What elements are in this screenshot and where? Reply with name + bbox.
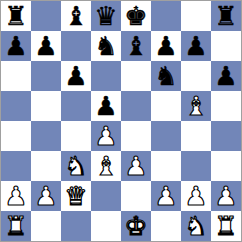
square-c5[interactable] [61,91,91,121]
square-b6[interactable] [31,61,61,91]
square-d5[interactable]: ♟ [91,91,121,121]
piece-black-bishop[interactable]: ♝ [124,31,147,61]
square-f6[interactable]: ♞ [151,61,181,91]
square-b5[interactable] [31,91,61,121]
chess-board: ♜♝♛♚♜♟♟♞♝♟♟♟♞♟♟♝♟♞♝♟♟♟♛♟♟♟♜♚♞♜ [0,0,242,242]
square-d1[interactable] [91,211,121,241]
piece-white-pawn[interactable]: ♟ [184,181,207,211]
square-f4[interactable] [151,121,181,151]
square-g8[interactable] [181,1,211,31]
piece-black-rook[interactable]: ♜ [4,1,27,31]
square-a1[interactable]: ♜ [1,211,31,241]
piece-black-pawn[interactable]: ♟ [154,31,177,61]
square-g1[interactable]: ♞ [181,211,211,241]
square-h3[interactable] [211,151,241,181]
square-f8[interactable] [151,1,181,31]
square-e5[interactable] [121,91,151,121]
piece-black-bishop[interactable]: ♝ [64,1,87,31]
piece-white-bishop[interactable]: ♝ [94,151,117,181]
piece-white-pawn[interactable]: ♟ [124,151,147,181]
square-h1[interactable]: ♜ [211,211,241,241]
piece-black-knight[interactable]: ♞ [154,61,177,91]
piece-white-rook[interactable]: ♜ [214,211,237,241]
piece-black-pawn[interactable]: ♟ [214,61,237,91]
square-h8[interactable]: ♜ [211,1,241,31]
square-g5[interactable]: ♝ [181,91,211,121]
chess-board-container: ♜♝♛♚♜♟♟♞♝♟♟♟♞♟♟♝♟♞♝♟♟♟♛♟♟♟♜♚♞♜ [0,0,242,242]
square-c1[interactable] [61,211,91,241]
square-e3[interactable]: ♟ [121,151,151,181]
piece-white-knight[interactable]: ♞ [64,151,87,181]
square-a7[interactable]: ♟ [1,31,31,61]
square-a8[interactable]: ♜ [1,1,31,31]
square-g4[interactable] [181,121,211,151]
square-c4[interactable] [61,121,91,151]
square-e8[interactable]: ♚ [121,1,151,31]
piece-black-pawn[interactable]: ♟ [64,61,87,91]
piece-white-queen[interactable]: ♛ [64,181,87,211]
square-c3[interactable]: ♞ [61,151,91,181]
piece-white-king[interactable]: ♚ [124,211,147,241]
square-a5[interactable] [1,91,31,121]
square-e6[interactable] [121,61,151,91]
piece-white-pawn[interactable]: ♟ [34,181,57,211]
square-c2[interactable]: ♛ [61,181,91,211]
piece-white-pawn[interactable]: ♟ [94,121,117,151]
square-a3[interactable] [1,151,31,181]
piece-white-pawn[interactable]: ♟ [4,181,27,211]
square-c7[interactable] [61,31,91,61]
piece-white-rook[interactable]: ♜ [4,211,27,241]
square-a4[interactable] [1,121,31,151]
piece-black-pawn[interactable]: ♟ [184,31,207,61]
square-b1[interactable] [31,211,61,241]
square-e1[interactable]: ♚ [121,211,151,241]
square-f2[interactable]: ♟ [151,181,181,211]
piece-black-pawn[interactable]: ♟ [34,31,57,61]
square-h4[interactable] [211,121,241,151]
piece-black-pawn[interactable]: ♟ [94,91,117,121]
square-a6[interactable] [1,61,31,91]
square-g6[interactable] [181,61,211,91]
piece-black-king[interactable]: ♚ [124,1,147,31]
square-f3[interactable] [151,151,181,181]
square-h2[interactable]: ♟ [211,181,241,211]
square-f5[interactable] [151,91,181,121]
piece-white-knight[interactable]: ♞ [184,211,207,241]
square-c8[interactable]: ♝ [61,1,91,31]
square-b3[interactable] [31,151,61,181]
piece-black-pawn[interactable]: ♟ [4,31,27,61]
square-g2[interactable]: ♟ [181,181,211,211]
square-h5[interactable] [211,91,241,121]
square-e2[interactable] [121,181,151,211]
square-b8[interactable] [31,1,61,31]
piece-white-pawn[interactable]: ♟ [214,181,237,211]
square-d7[interactable]: ♞ [91,31,121,61]
piece-white-bishop[interactable]: ♝ [184,91,207,121]
square-e4[interactable] [121,121,151,151]
piece-white-pawn[interactable]: ♟ [154,181,177,211]
square-a2[interactable]: ♟ [1,181,31,211]
square-g7[interactable]: ♟ [181,31,211,61]
square-d3[interactable]: ♝ [91,151,121,181]
square-g3[interactable] [181,151,211,181]
square-f1[interactable] [151,211,181,241]
square-h6[interactable]: ♟ [211,61,241,91]
square-d2[interactable] [91,181,121,211]
square-d6[interactable] [91,61,121,91]
square-d4[interactable]: ♟ [91,121,121,151]
square-c6[interactable]: ♟ [61,61,91,91]
piece-black-queen[interactable]: ♛ [94,1,117,31]
piece-black-rook[interactable]: ♜ [214,1,237,31]
piece-black-knight[interactable]: ♞ [94,31,117,61]
square-e7[interactable]: ♝ [121,31,151,61]
square-d8[interactable]: ♛ [91,1,121,31]
square-f7[interactable]: ♟ [151,31,181,61]
square-b7[interactable]: ♟ [31,31,61,61]
square-b2[interactable]: ♟ [31,181,61,211]
square-h7[interactable] [211,31,241,61]
square-b4[interactable] [31,121,61,151]
